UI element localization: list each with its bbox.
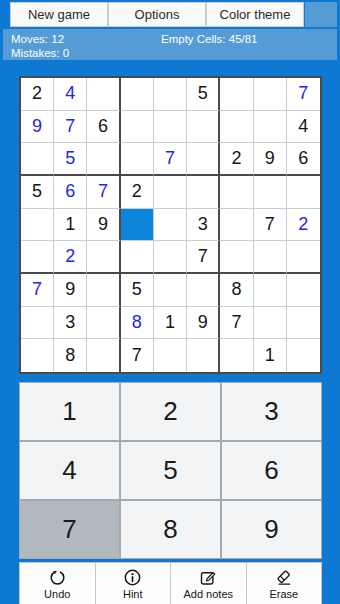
numpad-key-3[interactable]: 3 xyxy=(221,382,322,441)
cell-r9c1[interactable] xyxy=(21,339,54,372)
cell-r4c9[interactable] xyxy=(287,176,320,209)
action-bar: Undo Hint Add notes xyxy=(19,562,322,604)
cell-r5c1[interactable] xyxy=(21,209,54,242)
hint-label: Hint xyxy=(123,588,143,600)
cell-r5c8[interactable]: 7 xyxy=(254,209,287,242)
cell-r8c8[interactable] xyxy=(254,307,287,340)
undo-label: Undo xyxy=(44,588,70,600)
erase-label: Erase xyxy=(269,588,298,600)
cell-r2c2[interactable]: 7 xyxy=(54,111,87,144)
erase-icon xyxy=(273,567,294,588)
cell-r2c4[interactable] xyxy=(121,111,154,144)
top-menu-bar: New game Options Color theme xyxy=(10,2,304,27)
number-pad: 123456789 xyxy=(19,382,322,559)
cell-r9c5[interactable] xyxy=(154,339,187,372)
cell-r6c6[interactable]: 7 xyxy=(187,241,220,274)
add-notes-icon xyxy=(198,567,219,588)
cell-r2c8[interactable] xyxy=(254,111,287,144)
cell-r3c9[interactable]: 6 xyxy=(287,143,320,176)
cell-r6c4[interactable] xyxy=(121,241,154,274)
cell-r4c3[interactable]: 7 xyxy=(87,176,120,209)
cell-r3c2[interactable]: 5 xyxy=(54,143,87,176)
cell-r5c9[interactable]: 2 xyxy=(287,209,320,242)
empty-cells-counter: Empty Cells: 45/81 xyxy=(161,33,258,45)
cell-r7c2[interactable]: 9 xyxy=(54,274,87,307)
cell-r8c6[interactable]: 9 xyxy=(187,307,220,340)
cell-r7c3[interactable] xyxy=(87,274,120,307)
undo-icon xyxy=(47,567,68,588)
cell-r2c3[interactable]: 6 xyxy=(87,111,120,144)
cell-r9c7[interactable] xyxy=(220,339,253,372)
numpad-key-6[interactable]: 6 xyxy=(221,441,322,500)
cell-r1c5[interactable] xyxy=(154,78,187,111)
cell-r4c1[interactable]: 5 xyxy=(21,176,54,209)
numpad-key-4[interactable]: 4 xyxy=(19,441,120,500)
numpad-key-5[interactable]: 5 xyxy=(120,441,221,500)
cell-r6c9[interactable] xyxy=(287,241,320,274)
add-notes-button[interactable]: Add notes xyxy=(171,562,247,604)
cell-r2c7[interactable] xyxy=(220,111,253,144)
cell-r9c6[interactable] xyxy=(187,339,220,372)
numpad-key-1[interactable]: 1 xyxy=(19,382,120,441)
cell-r4c8[interactable] xyxy=(254,176,287,209)
cell-r8c2[interactable]: 3 xyxy=(54,307,87,340)
cell-r9c2[interactable]: 8 xyxy=(54,339,87,372)
cell-r3c7[interactable]: 2 xyxy=(220,143,253,176)
status-panel: Moves: 12 Empty Cells: 45/81 Mistakes: 0 xyxy=(3,29,337,60)
cell-r6c8[interactable] xyxy=(254,241,287,274)
cell-r8c1[interactable] xyxy=(21,307,54,340)
add-notes-label: Add notes xyxy=(183,588,233,600)
cell-r1c9[interactable]: 7 xyxy=(287,78,320,111)
cell-r8c7[interactable]: 7 xyxy=(220,307,253,340)
new-game-button[interactable]: New game xyxy=(10,2,108,27)
mistakes-counter: Mistakes: 0 xyxy=(11,47,69,59)
cell-r2c1[interactable]: 9 xyxy=(21,111,54,144)
cell-r1c4[interactable] xyxy=(121,78,154,111)
cell-r1c6[interactable]: 5 xyxy=(187,78,220,111)
cell-r7c9[interactable] xyxy=(287,274,320,307)
cell-r7c5[interactable] xyxy=(154,274,187,307)
cell-r7c7[interactable]: 8 xyxy=(220,274,253,307)
cell-r5c4[interactable] xyxy=(121,209,154,242)
cell-r6c3[interactable] xyxy=(87,241,120,274)
cell-r9c9[interactable] xyxy=(287,339,320,372)
cell-r6c5[interactable] xyxy=(154,241,187,274)
cell-r3c5[interactable]: 7 xyxy=(154,143,187,176)
cell-r9c8[interactable]: 1 xyxy=(254,339,287,372)
cell-r3c1[interactable] xyxy=(21,143,54,176)
cell-r7c1[interactable]: 7 xyxy=(21,274,54,307)
cell-r6c2[interactable]: 2 xyxy=(54,241,87,274)
cell-r1c1[interactable]: 2 xyxy=(21,78,54,111)
numpad-key-7[interactable]: 7 xyxy=(19,500,120,559)
cell-r1c3[interactable] xyxy=(87,78,120,111)
sudoku-app: New game Options Color theme Moves: 12 E… xyxy=(0,0,340,604)
sudoku-grid: 245797645729656721937227795838197871 xyxy=(19,76,322,374)
cell-r4c5[interactable] xyxy=(154,176,187,209)
cell-r3c3[interactable] xyxy=(87,143,120,176)
cell-r7c4[interactable]: 5 xyxy=(121,274,154,307)
cell-r1c8[interactable] xyxy=(254,78,287,111)
cell-r7c8[interactable] xyxy=(254,274,287,307)
cell-r4c6[interactable] xyxy=(187,176,220,209)
cell-r7c6[interactable] xyxy=(187,274,220,307)
options-button[interactable]: Options xyxy=(108,2,206,27)
cell-r5c2[interactable]: 1 xyxy=(54,209,87,242)
cell-r4c2[interactable]: 6 xyxy=(54,176,87,209)
cell-r6c7[interactable] xyxy=(220,241,253,274)
cell-r5c7[interactable] xyxy=(220,209,253,242)
cell-r2c9[interactable]: 4 xyxy=(287,111,320,144)
cell-r5c3[interactable]: 9 xyxy=(87,209,120,242)
cell-r1c7[interactable] xyxy=(220,78,253,111)
cell-r2c6[interactable] xyxy=(187,111,220,144)
cell-r6c1[interactable] xyxy=(21,241,54,274)
erase-button[interactable]: Erase xyxy=(247,562,323,604)
numpad-key-2[interactable]: 2 xyxy=(120,382,221,441)
cell-r4c4[interactable]: 2 xyxy=(121,176,154,209)
cell-r8c4[interactable]: 8 xyxy=(121,307,154,340)
hint-button[interactable]: Hint xyxy=(96,562,172,604)
cell-r9c3[interactable] xyxy=(87,339,120,372)
cell-r5c6[interactable]: 3 xyxy=(187,209,220,242)
undo-button[interactable]: Undo xyxy=(19,562,96,604)
moves-counter: Moves: 12 xyxy=(11,33,64,45)
cell-r3c4[interactable] xyxy=(121,143,154,176)
cell-r8c9[interactable] xyxy=(287,307,320,340)
numpad-key-8[interactable]: 8 xyxy=(120,500,221,559)
color-theme-button[interactable]: Color theme xyxy=(206,2,304,27)
cell-r5c5[interactable] xyxy=(154,209,187,242)
cell-r9c4[interactable]: 7 xyxy=(121,339,154,372)
cell-r3c8[interactable]: 9 xyxy=(254,143,287,176)
cell-r3c6[interactable] xyxy=(187,143,220,176)
cell-r8c3[interactable] xyxy=(87,307,120,340)
cell-r4c7[interactable] xyxy=(220,176,253,209)
cell-r2c5[interactable] xyxy=(154,111,187,144)
top-bar-filler xyxy=(305,2,337,27)
cell-r1c2[interactable]: 4 xyxy=(54,78,87,111)
hint-icon xyxy=(122,567,143,588)
numpad-key-9[interactable]: 9 xyxy=(221,500,322,559)
cell-r8c5[interactable]: 1 xyxy=(154,307,187,340)
